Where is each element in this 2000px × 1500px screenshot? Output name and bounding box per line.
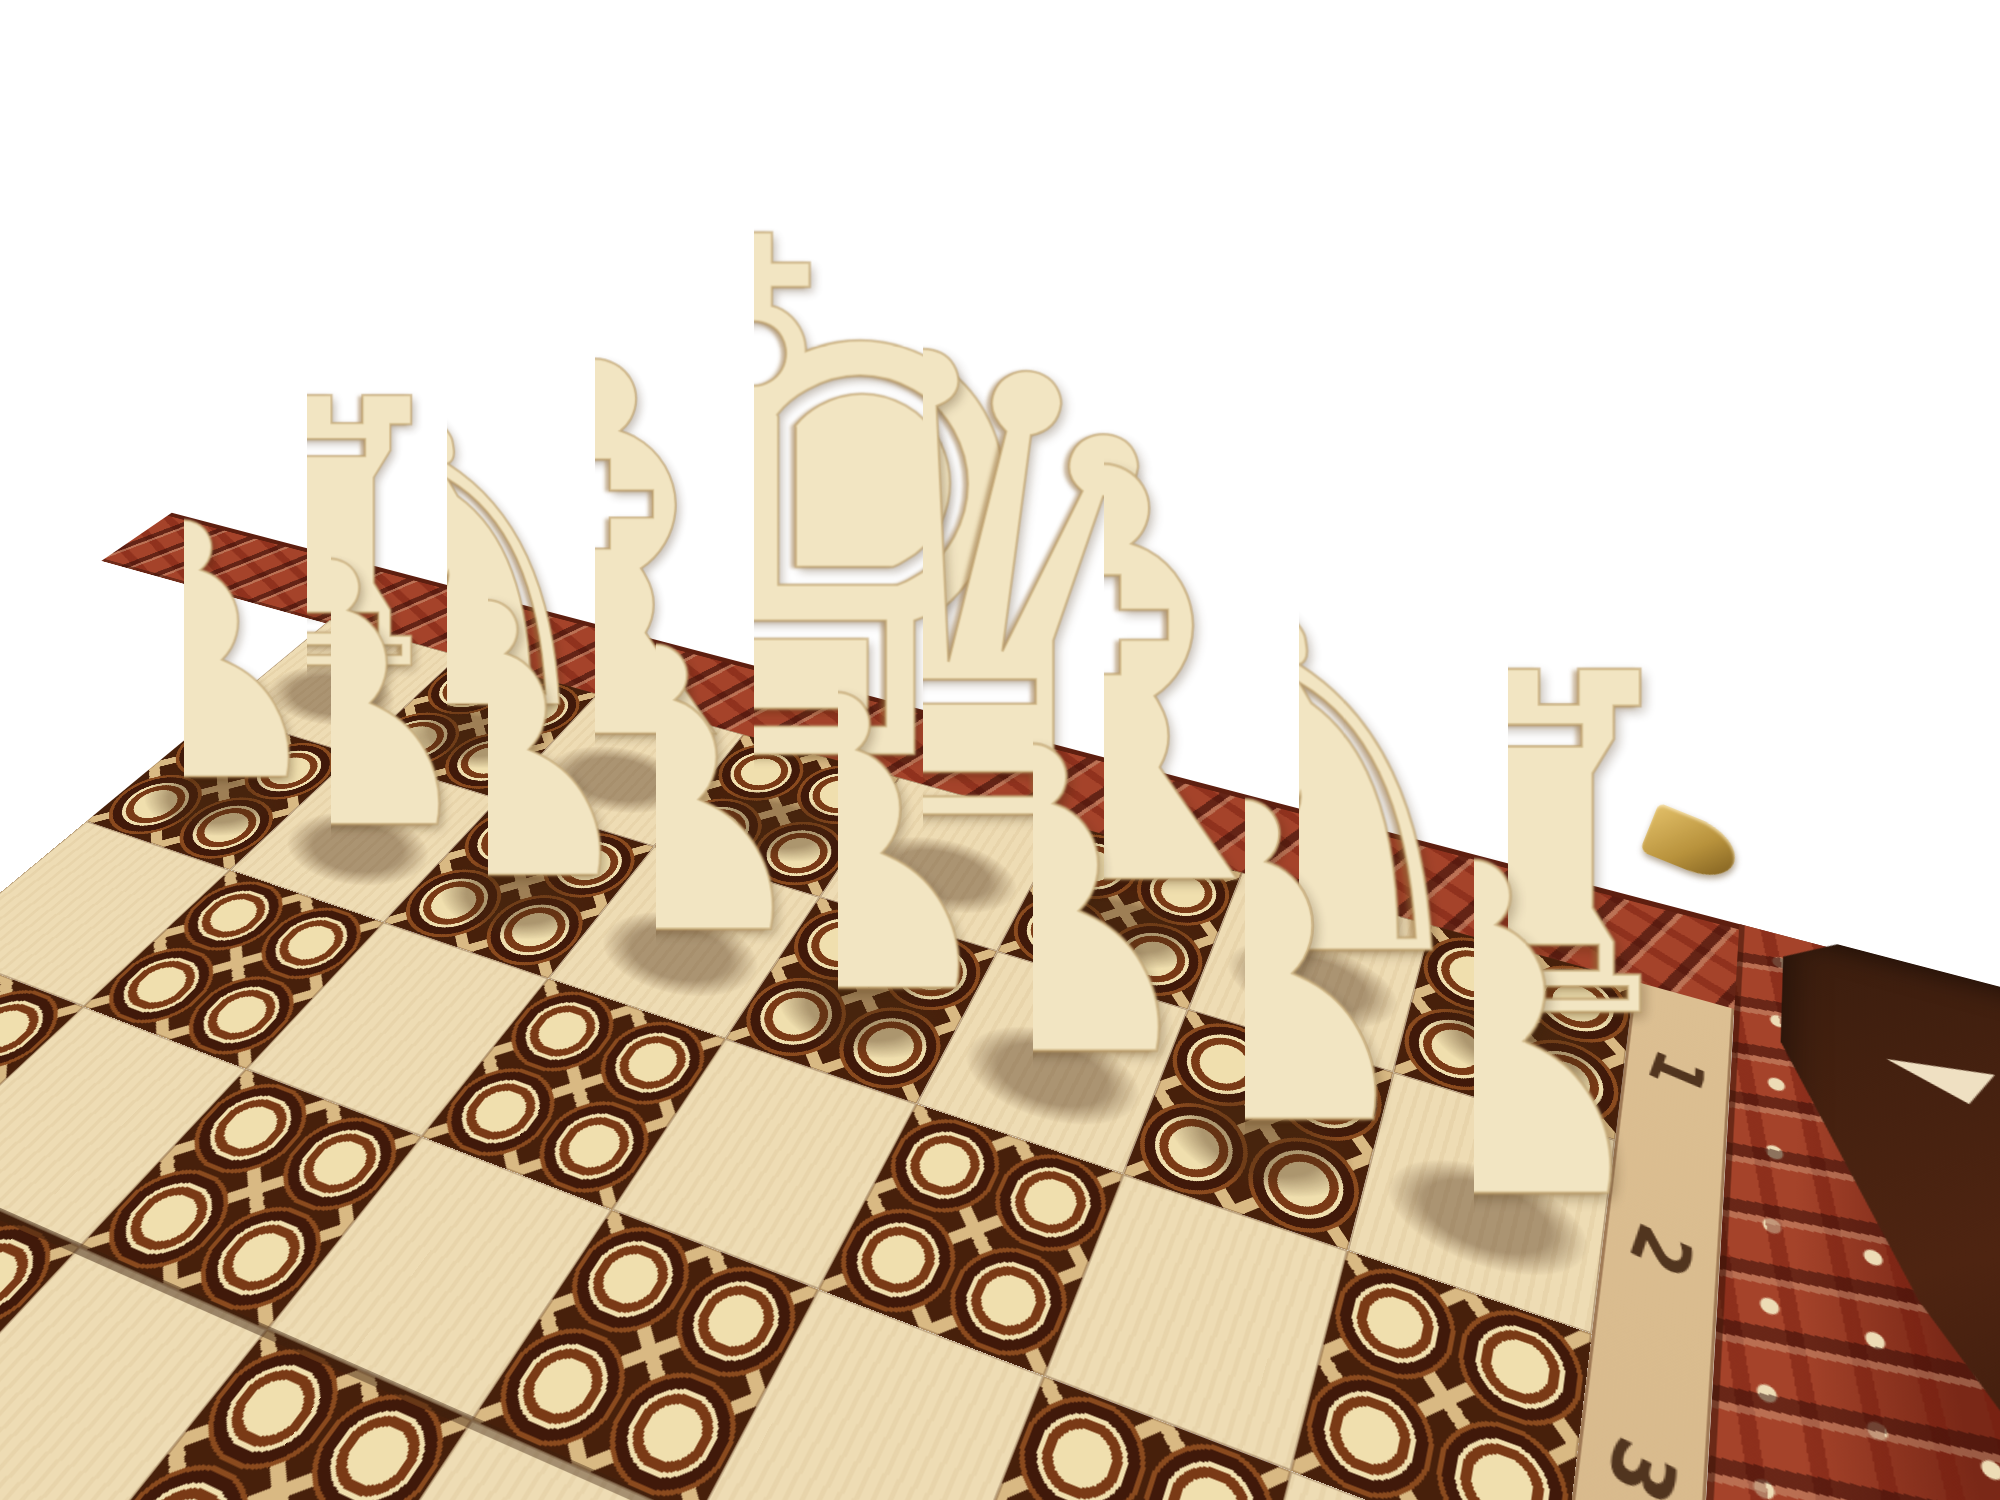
chess-board: 123 ♜♞♝♚♛♝♞♜♟♟♟♟♟♟♟♟ xyxy=(0,570,2000,1500)
board-scene: 123 ♜♞♝♚♛♝♞♜♟♟♟♟♟♟♟♟ xyxy=(390,570,1990,1500)
photo-stage: 123 ♜♞♝♚♛♝♞♜♟♟♟♟♟♟♟♟ xyxy=(0,0,2000,1500)
squares-grid: ♜♞♝♚♛♝♞♜♟♟♟♟♟♟♟♟ xyxy=(0,620,1634,1500)
rank-label: 3 xyxy=(1586,1422,1697,1500)
